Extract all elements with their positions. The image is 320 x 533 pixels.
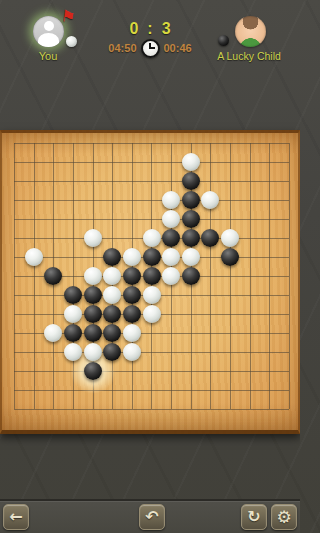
grid-line-horizontal	[14, 409, 289, 410]
stone-black	[84, 362, 102, 380]
red-flag-icon: ⚑	[60, 8, 76, 26]
stone-white	[162, 191, 180, 209]
stone-white	[143, 286, 161, 304]
stone-black	[201, 229, 219, 247]
player-name-you: You	[19, 50, 77, 62]
stone-black	[123, 267, 141, 285]
stone-black	[103, 343, 121, 361]
timer-left: 04:50	[108, 42, 136, 54]
grid-line-horizontal	[14, 200, 289, 201]
stone-black	[123, 305, 141, 323]
stone-white	[123, 248, 141, 266]
stone-black	[84, 286, 102, 304]
stone-white	[182, 153, 200, 171]
stone-black	[44, 267, 62, 285]
score-left: 0	[129, 20, 138, 38]
stone-black	[84, 324, 102, 342]
stone-black	[64, 286, 82, 304]
stone-black	[221, 248, 239, 266]
stone-white	[162, 210, 180, 228]
stone-black	[182, 267, 200, 285]
undo-button[interactable]: ↶	[139, 504, 165, 530]
stone-black	[182, 210, 200, 228]
stone-white	[143, 229, 161, 247]
stone-black	[182, 229, 200, 247]
stone-black	[103, 324, 121, 342]
grid-line-horizontal	[14, 352, 289, 353]
stone-black	[64, 324, 82, 342]
stone-white	[123, 324, 141, 342]
grid-line-vertical	[289, 143, 290, 409]
stone-black	[143, 248, 161, 266]
stone-white	[103, 286, 121, 304]
stone-black	[84, 305, 102, 323]
timer-right: 00:46	[164, 42, 192, 54]
person-icon-body	[38, 33, 59, 47]
top-bar: ⚑ You 0:3 04:50 00:46 A Lucky Child	[0, 0, 300, 66]
stone-white	[64, 343, 82, 361]
timers-row: 04:50 00:46	[90, 39, 210, 57]
grid-line-horizontal	[14, 371, 289, 372]
stone-white	[84, 343, 102, 361]
stone-white	[44, 324, 62, 342]
clock-icon	[141, 39, 160, 58]
restart-icon: ↻	[247, 507, 260, 526]
stone-white	[162, 267, 180, 285]
grid-line-horizontal	[14, 181, 289, 182]
white-stone-indicator	[66, 36, 77, 47]
stone-black	[123, 286, 141, 304]
stone-white	[103, 267, 121, 285]
gomoku-board[interactable]	[0, 130, 300, 434]
gear-icon: ⚙	[276, 507, 291, 527]
stone-white	[25, 248, 43, 266]
score-right: 3	[162, 20, 171, 38]
undo-icon: ↶	[145, 507, 158, 526]
stone-white	[182, 248, 200, 266]
stone-white	[84, 267, 102, 285]
player-name-opponent: A Lucky Child	[207, 50, 291, 62]
stone-white	[84, 229, 102, 247]
stone-black	[143, 267, 161, 285]
stone-black	[182, 191, 200, 209]
grid-line-horizontal	[14, 390, 289, 391]
player-avatar-opponent	[235, 16, 266, 47]
person-icon	[44, 21, 54, 31]
grid-line-horizontal	[14, 162, 289, 163]
score-display: 0:3	[110, 20, 190, 38]
stone-black	[162, 229, 180, 247]
grid-line-horizontal	[14, 143, 289, 144]
stone-black	[103, 305, 121, 323]
stone-black	[103, 248, 121, 266]
stone-white	[123, 343, 141, 361]
stone-white	[143, 305, 161, 323]
stone-white	[64, 305, 82, 323]
restart-button[interactable]: ↻	[241, 504, 267, 530]
black-stone-indicator	[218, 35, 229, 46]
stone-white	[221, 229, 239, 247]
back-arrow-icon: ←	[9, 507, 22, 526]
settings-button[interactable]: ⚙	[271, 504, 297, 530]
stone-white	[162, 248, 180, 266]
back-button[interactable]: ←	[3, 504, 29, 530]
stone-white	[201, 191, 219, 209]
score-separator: :	[147, 20, 152, 38]
stone-black	[182, 172, 200, 190]
grid-line-horizontal	[14, 219, 289, 220]
